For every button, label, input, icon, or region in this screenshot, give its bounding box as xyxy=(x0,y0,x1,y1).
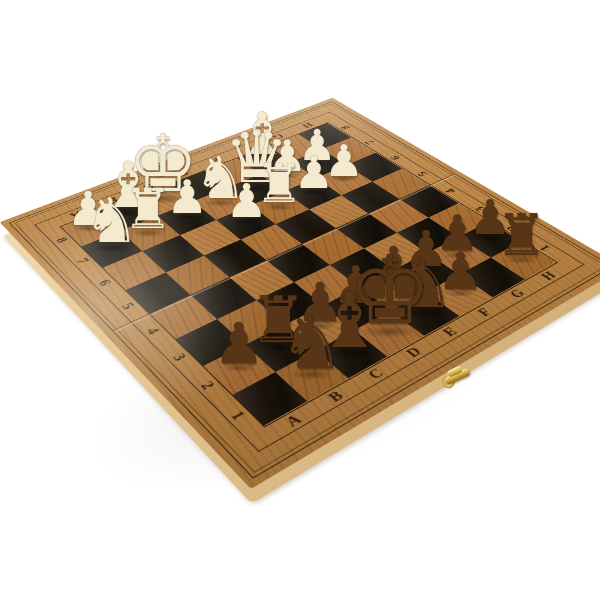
product-photo-scene: AA88BB77CC66DD55EE44FF33GG22HH11 ♟♝♚♝♞♜♟… xyxy=(0,0,600,600)
piece-white-knight[interactable]: ♞ xyxy=(66,190,156,252)
piece-dark-knight[interactable]: ♞ xyxy=(267,306,357,379)
knight-glyph: ♞ xyxy=(66,190,156,252)
pieces-layer: ♟♝♚♝♞♜♟♞♛♟♟♟♜♟♟♟♜♟♟♟♟♟♟♞♝♚♞♟♜ xyxy=(0,0,600,600)
piece-shadow xyxy=(233,218,260,225)
piece-shadow xyxy=(290,369,332,379)
piece-white-pawn[interactable]: ♟ xyxy=(202,178,292,225)
